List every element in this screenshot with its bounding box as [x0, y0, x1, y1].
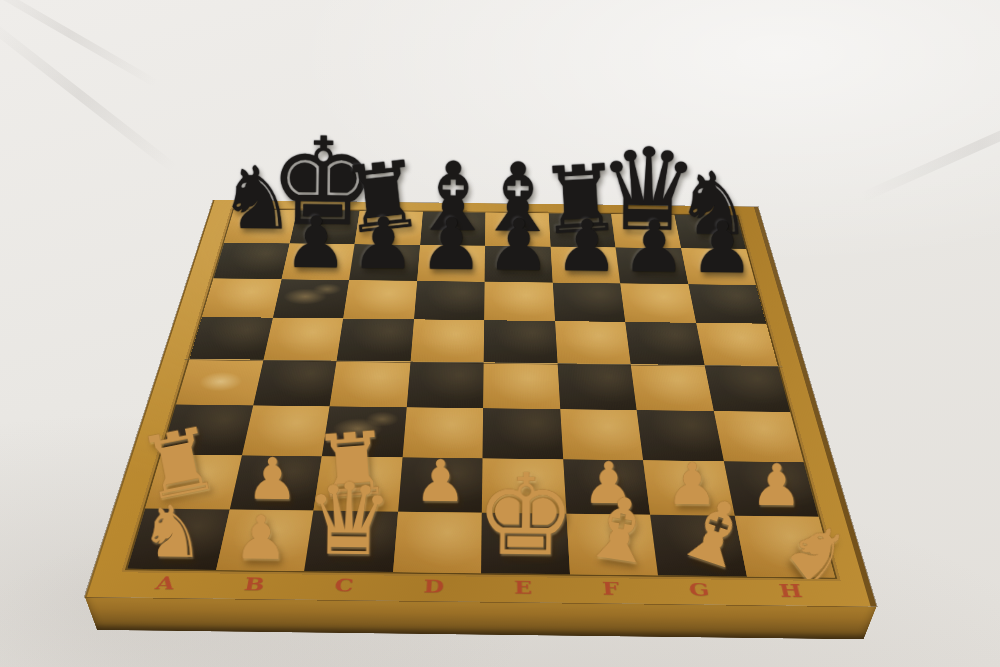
black-pawn[interactable]: ♟ — [622, 211, 687, 283]
white-queen[interactable]: ♛ — [304, 469, 394, 570]
square-a5[interactable] — [190, 317, 273, 360]
file-label-d: D — [423, 576, 445, 597]
file-label-f: F — [601, 578, 620, 599]
board-squares: ♞♚♜♝♝♜♛♞♟♟♟♟♟♟♟♜♟♜♟♟♟♟♞♟♛♚♝♝♞ — [125, 209, 837, 579]
square-d7[interactable]: ♟ — [417, 245, 485, 282]
file-label-g: G — [687, 579, 711, 600]
square-h4[interactable] — [704, 365, 790, 412]
square-e7[interactable]: ♟ — [485, 246, 553, 283]
square-d4[interactable] — [406, 361, 483, 408]
black-pawn[interactable]: ♟ — [487, 209, 552, 281]
white-bishop[interactable]: ♝ — [576, 482, 665, 579]
square-a4[interactable] — [176, 359, 263, 406]
square-d2[interactable]: ♟ — [398, 457, 483, 513]
square-d5[interactable] — [410, 319, 484, 362]
square-d1[interactable] — [393, 512, 482, 573]
scene: ♞♚♜♝♝♜♛♞♟♟♟♟♟♟♟♜♟♜♟♟♟♟♞♟♛♚♝♝♞ ABCDEFGH — [0, 0, 1000, 667]
square-b4[interactable] — [253, 360, 337, 407]
white-pawn[interactable]: ♟ — [246, 450, 298, 508]
chess-board: ♞♚♜♝♝♜♛♞♟♟♟♟♟♟♟♜♟♜♟♟♟♟♞♟♛♚♝♝♞ ABCDEFGH — [85, 200, 877, 607]
white-pawn[interactable]: ♟ — [414, 453, 466, 511]
white-pawn[interactable]: ♟ — [233, 508, 288, 569]
black-pawn[interactable]: ♟ — [554, 210, 619, 282]
square-f5[interactable] — [555, 321, 631, 364]
square-b6[interactable] — [273, 279, 350, 319]
white-king[interactable]: ♚ — [475, 459, 577, 572]
square-b5[interactable] — [263, 318, 343, 361]
square-f7[interactable]: ♟ — [550, 247, 620, 284]
square-g7[interactable]: ♟ — [616, 247, 688, 284]
square-a6[interactable] — [202, 278, 281, 317]
square-c4[interactable] — [330, 361, 411, 408]
file-label-c: C — [333, 575, 354, 596]
square-g6[interactable] — [620, 283, 696, 323]
square-f6[interactable] — [552, 282, 625, 322]
black-pawn[interactable]: ♟ — [284, 207, 349, 279]
square-c7[interactable]: ♟ — [349, 244, 420, 281]
square-e5[interactable] — [484, 320, 558, 363]
board-front-edge — [85, 597, 877, 640]
square-d6[interactable] — [414, 281, 485, 321]
square-f1[interactable]: ♝ — [566, 514, 658, 575]
square-e1[interactable]: ♚ — [481, 513, 569, 574]
square-c6[interactable] — [343, 280, 417, 320]
white-knight[interactable]: ♞ — [140, 495, 206, 568]
square-e6[interactable] — [484, 282, 555, 322]
black-pawn[interactable]: ♟ — [419, 208, 484, 280]
file-label-b: B — [243, 573, 267, 594]
square-g1[interactable]: ♝ — [650, 515, 746, 577]
file-label-h: H — [777, 580, 804, 601]
square-g4[interactable] — [631, 364, 714, 411]
square-b1[interactable]: ♟ — [216, 510, 314, 571]
square-a7[interactable] — [213, 243, 289, 280]
square-e4[interactable] — [483, 362, 560, 409]
square-c5[interactable] — [337, 319, 414, 362]
square-b7[interactable]: ♟ — [281, 243, 354, 280]
square-a1[interactable]: ♞ — [127, 509, 229, 570]
square-f4[interactable] — [557, 363, 636, 410]
square-h6[interactable] — [688, 284, 766, 324]
square-h7[interactable]: ♟ — [681, 248, 756, 285]
square-h5[interactable] — [696, 323, 778, 366]
black-pawn[interactable]: ♟ — [351, 208, 416, 280]
square-g5[interactable] — [625, 322, 704, 365]
black-pawn[interactable]: ♟ — [690, 212, 755, 284]
square-c1[interactable]: ♛ — [304, 511, 397, 572]
file-label-a: A — [153, 572, 177, 593]
file-label-e: E — [514, 577, 533, 598]
